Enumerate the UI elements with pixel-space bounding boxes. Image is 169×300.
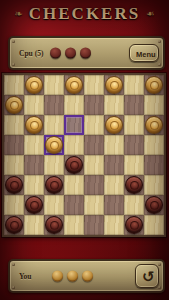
square-r3c3[interactable] [64, 135, 84, 155]
square-r5c7[interactable] [144, 175, 164, 195]
cpu-player-label: Cpu (5) [19, 49, 43, 58]
square-r5c0[interactable] [4, 175, 24, 195]
square-r6c1[interactable] [24, 195, 44, 215]
square-r4c3[interactable] [64, 155, 84, 175]
square-r7c0[interactable] [4, 215, 24, 235]
square-r1c5[interactable] [104, 95, 124, 115]
square-r6c4[interactable] [84, 195, 104, 215]
square-r4c5[interactable] [104, 155, 124, 175]
square-r5c6[interactable] [124, 175, 144, 195]
square-r5c4[interactable] [84, 175, 104, 195]
square-r7c1[interactable] [24, 215, 44, 235]
you-status-bar: You ↺ [8, 259, 165, 293]
square-r4c4[interactable] [84, 155, 104, 175]
square-r7c2[interactable] [44, 215, 64, 235]
square-r3c5[interactable] [104, 135, 124, 155]
square-r0c4[interactable] [84, 75, 104, 95]
square-r2c0[interactable] [4, 115, 24, 135]
you-player-label: You [19, 272, 32, 281]
square-r4c1[interactable] [24, 155, 44, 175]
square-r0c3[interactable] [64, 75, 84, 95]
square-r6c6[interactable] [124, 195, 144, 215]
dark-piece[interactable] [45, 176, 63, 194]
square-r7c7[interactable] [144, 215, 164, 235]
cpu-status-bar: Cpu (5) Menu [8, 36, 165, 70]
gold-piece[interactable] [65, 76, 83, 94]
rivet-icon [12, 63, 15, 66]
square-r7c4[interactable] [84, 215, 104, 235]
square-r1c0[interactable] [4, 95, 24, 115]
square-r1c1[interactable] [24, 95, 44, 115]
dark-piece[interactable] [125, 216, 143, 234]
board [2, 73, 166, 237]
square-r1c2[interactable] [44, 95, 64, 115]
square-r1c7[interactable] [144, 95, 164, 115]
square-r2c3[interactable] [64, 115, 84, 135]
square-r2c2[interactable] [44, 115, 64, 135]
title-row: ❧ CHECKERS ❧ [0, 4, 169, 24]
rivet-icon [158, 40, 161, 43]
square-r7c5[interactable] [104, 215, 124, 235]
square-r0c6[interactable] [124, 75, 144, 95]
square-r2c5[interactable] [104, 115, 124, 135]
checkers-app: ❧ CHECKERS ❧ Cpu (5) Menu You ↺ [0, 0, 169, 300]
square-r5c2[interactable] [44, 175, 64, 195]
square-r6c2[interactable] [44, 195, 64, 215]
dark-piece[interactable] [145, 196, 163, 214]
square-r7c3[interactable] [64, 215, 84, 235]
square-r3c7[interactable] [144, 135, 164, 155]
you-captured-tray [52, 271, 93, 282]
square-r0c1[interactable] [24, 75, 44, 95]
square-r6c0[interactable] [4, 195, 24, 215]
rivet-icon [12, 286, 15, 289]
captured-piece [52, 271, 63, 282]
undo-button[interactable]: ↺ [135, 264, 159, 288]
square-r3c1[interactable] [24, 135, 44, 155]
rivet-icon [158, 286, 161, 289]
square-r5c5[interactable] [104, 175, 124, 195]
gold-piece[interactable] [105, 116, 123, 134]
dark-piece[interactable] [25, 196, 43, 214]
dark-piece[interactable] [125, 176, 143, 194]
rivet-icon [158, 263, 161, 266]
rivet-icon [12, 40, 15, 43]
square-r2c4[interactable] [84, 115, 104, 135]
square-r2c7[interactable] [144, 115, 164, 135]
gold-piece[interactable] [25, 116, 43, 134]
square-r3c6[interactable] [124, 135, 144, 155]
square-r2c6[interactable] [124, 115, 144, 135]
gold-piece[interactable] [145, 76, 163, 94]
menu-button[interactable]: Menu [129, 44, 159, 62]
square-r1c6[interactable] [124, 95, 144, 115]
gold-piece[interactable] [5, 96, 23, 114]
dark-piece[interactable] [5, 216, 23, 234]
app-title: CHECKERS [29, 4, 140, 23]
captured-piece [82, 271, 93, 282]
square-r2c1[interactable] [24, 115, 44, 135]
square-r1c4[interactable] [84, 95, 104, 115]
right-fleur-ornament-icon: ❧ [146, 8, 154, 19]
square-r6c3[interactable] [64, 195, 84, 215]
square-r0c2[interactable] [44, 75, 64, 95]
square-r4c6[interactable] [124, 155, 144, 175]
square-r4c2[interactable] [44, 155, 64, 175]
square-r6c5[interactable] [104, 195, 124, 215]
captured-piece [50, 48, 61, 59]
rivet-icon [12, 263, 15, 266]
square-r3c0[interactable] [4, 135, 24, 155]
square-r1c3[interactable] [64, 95, 84, 115]
left-fleur-ornament-icon: ❧ [14, 8, 22, 19]
square-r7c6[interactable] [124, 215, 144, 235]
dark-piece[interactable] [65, 156, 83, 174]
square-r4c0[interactable] [4, 155, 24, 175]
square-r0c0[interactable] [4, 75, 24, 95]
dark-piece[interactable] [45, 216, 63, 234]
square-r3c4[interactable] [84, 135, 104, 155]
gold-piece[interactable] [25, 76, 43, 94]
cpu-captured-tray [50, 48, 91, 59]
captured-piece [80, 48, 91, 59]
dark-piece[interactable] [5, 176, 23, 194]
captured-piece [65, 48, 76, 59]
rivet-icon [158, 63, 161, 66]
square-r3c2[interactable] [44, 135, 64, 155]
square-r5c3[interactable] [64, 175, 84, 195]
square-r6c7[interactable] [144, 195, 164, 215]
square-r0c7[interactable] [144, 75, 164, 95]
square-r5c1[interactable] [24, 175, 44, 195]
captured-piece [67, 271, 78, 282]
gold-piece[interactable] [45, 136, 63, 154]
square-r0c5[interactable] [104, 75, 124, 95]
gold-piece[interactable] [105, 76, 123, 94]
gold-piece[interactable] [145, 116, 163, 134]
square-r4c7[interactable] [144, 155, 164, 175]
